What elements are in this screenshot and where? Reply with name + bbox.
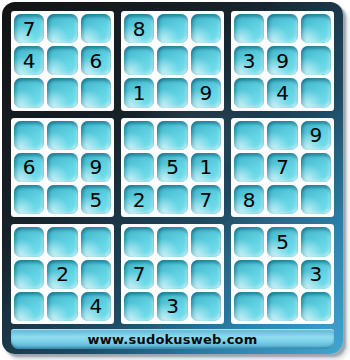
cell-r3c5[interactable] (157, 78, 187, 107)
cell-digit: 7 (276, 157, 289, 177)
site-url[interactable]: www.sudokusweb.com (88, 332, 258, 347)
cell-r3c7[interactable] (234, 78, 264, 107)
cell-r1c1[interactable]: 7 (14, 14, 44, 43)
cell-digit: 8 (133, 19, 146, 39)
box-2: 394 (231, 11, 334, 111)
cell-r2c2[interactable] (47, 46, 77, 75)
cell-r8c6[interactable] (191, 260, 221, 289)
cell-r9c2[interactable] (47, 292, 77, 321)
cell-digit: 5 (276, 232, 289, 252)
cell-digit: 3 (309, 264, 322, 284)
cell-r2c9[interactable] (301, 46, 331, 75)
cell-r7c7[interactable] (234, 227, 264, 256)
cell-r2c4[interactable] (124, 46, 154, 75)
cell-r7c3[interactable] (81, 227, 111, 256)
box-5: 978 (231, 118, 334, 218)
cell-r5c9[interactable] (301, 153, 331, 182)
cell-digit: 7 (133, 264, 146, 284)
cell-digit: 5 (166, 157, 179, 177)
box-8: 53 (231, 224, 334, 324)
cell-r6c3[interactable]: 5 (81, 185, 111, 214)
cell-r4c5[interactable] (157, 121, 187, 150)
cell-r3c3[interactable] (81, 78, 111, 107)
cell-r6c5[interactable] (157, 185, 187, 214)
box-4: 5127 (121, 118, 224, 218)
cell-r5c4[interactable] (124, 153, 154, 182)
cell-digit: 3 (243, 51, 256, 71)
cell-r5c3[interactable]: 9 (81, 153, 111, 182)
sudoku-board: 7468193946955127978247353 (11, 11, 334, 324)
cell-r7c1[interactable] (14, 227, 44, 256)
cell-r7c5[interactable] (157, 227, 187, 256)
board-frame: 7468193946955127978247353 www.sudokusweb… (2, 2, 343, 354)
box-0: 746 (11, 11, 114, 111)
cell-digit: 4 (276, 83, 289, 103)
cell-r9c5[interactable]: 3 (157, 292, 187, 321)
cell-digit: 3 (166, 296, 179, 316)
cell-r3c2[interactable] (47, 78, 77, 107)
cell-r8c2[interactable]: 2 (47, 260, 77, 289)
cell-r2c6[interactable] (191, 46, 221, 75)
cell-r6c2[interactable] (47, 185, 77, 214)
cell-r3c1[interactable] (14, 78, 44, 107)
cell-r9c4[interactable] (124, 292, 154, 321)
cell-r5c1[interactable]: 6 (14, 153, 44, 182)
cell-r9c7[interactable] (234, 292, 264, 321)
cell-digit: 4 (23, 51, 36, 71)
cell-r9c6[interactable] (191, 292, 221, 321)
cell-digit: 8 (243, 190, 256, 210)
cell-r1c6[interactable] (191, 14, 221, 43)
cell-r1c4[interactable]: 8 (124, 14, 154, 43)
cell-r5c6[interactable]: 1 (191, 153, 221, 182)
cell-r8c4[interactable]: 7 (124, 260, 154, 289)
cell-r4c9[interactable]: 9 (301, 121, 331, 150)
cell-r4c2[interactable] (47, 121, 77, 150)
cell-r1c8[interactable] (267, 14, 297, 43)
cell-digit: 5 (89, 190, 102, 210)
cell-r9c9[interactable] (301, 292, 331, 321)
cell-r6c1[interactable] (14, 185, 44, 214)
cell-r3c9[interactable] (301, 78, 331, 107)
cell-r8c1[interactable] (14, 260, 44, 289)
cell-r1c3[interactable] (81, 14, 111, 43)
cell-r5c7[interactable] (234, 153, 264, 182)
cell-r8c7[interactable] (234, 260, 264, 289)
cell-r5c8[interactable]: 7 (267, 153, 297, 182)
cell-digit: 2 (56, 264, 69, 284)
cell-r3c6[interactable]: 9 (191, 78, 221, 107)
cell-r1c5[interactable] (157, 14, 187, 43)
cell-r4c8[interactable] (267, 121, 297, 150)
cell-r1c7[interactable] (234, 14, 264, 43)
cell-r1c2[interactable] (47, 14, 77, 43)
cell-r2c7[interactable]: 3 (234, 46, 264, 75)
cell-r8c9[interactable]: 3 (301, 260, 331, 289)
cell-r6c6[interactable]: 7 (191, 185, 221, 214)
cell-digit: 4 (89, 296, 102, 316)
cell-r5c2[interactable] (47, 153, 77, 182)
box-6: 24 (11, 224, 114, 324)
cell-digit: 6 (23, 157, 36, 177)
cell-r4c7[interactable] (234, 121, 264, 150)
cell-r9c1[interactable] (14, 292, 44, 321)
cell-r2c1[interactable]: 4 (14, 46, 44, 75)
cell-r3c8[interactable]: 4 (267, 78, 297, 107)
cell-r2c3[interactable]: 6 (81, 46, 111, 75)
cell-digit: 9 (199, 83, 212, 103)
cell-r8c5[interactable] (157, 260, 187, 289)
cell-r7c4[interactable] (124, 227, 154, 256)
cell-digit: 6 (89, 51, 102, 71)
cell-r5c5[interactable]: 5 (157, 153, 187, 182)
cell-r4c4[interactable] (124, 121, 154, 150)
cell-r8c8[interactable] (267, 260, 297, 289)
box-3: 695 (11, 118, 114, 218)
box-7: 73 (121, 224, 224, 324)
cell-r6c8[interactable] (267, 185, 297, 214)
cell-digit: 9 (89, 157, 102, 177)
cell-r6c7[interactable]: 8 (234, 185, 264, 214)
cell-r6c9[interactable] (301, 185, 331, 214)
cell-r6c4[interactable]: 2 (124, 185, 154, 214)
cell-r7c6[interactable] (191, 227, 221, 256)
cell-digit: 1 (133, 83, 146, 103)
cell-digit: 9 (276, 51, 289, 71)
cell-r4c1[interactable] (14, 121, 44, 150)
box-1: 819 (121, 11, 224, 111)
cell-r7c8[interactable]: 5 (267, 227, 297, 256)
cell-r4c6[interactable] (191, 121, 221, 150)
cell-r2c8[interactable]: 9 (267, 46, 297, 75)
footer-bar: www.sudokusweb.com (11, 329, 334, 349)
cell-r1c9[interactable] (301, 14, 331, 43)
cell-r2c5[interactable] (157, 46, 187, 75)
cell-digit: 9 (309, 125, 322, 145)
cell-r8c3[interactable] (81, 260, 111, 289)
cell-r4c3[interactable] (81, 121, 111, 150)
cell-r3c4[interactable]: 1 (124, 78, 154, 107)
cell-digit: 2 (133, 190, 146, 210)
cell-r7c2[interactable] (47, 227, 77, 256)
cell-r9c3[interactable]: 4 (81, 292, 111, 321)
cell-r7c9[interactable] (301, 227, 331, 256)
cell-digit: 1 (199, 157, 212, 177)
cell-r9c8[interactable] (267, 292, 297, 321)
cell-digit: 7 (23, 19, 36, 39)
cell-digit: 7 (199, 190, 212, 210)
